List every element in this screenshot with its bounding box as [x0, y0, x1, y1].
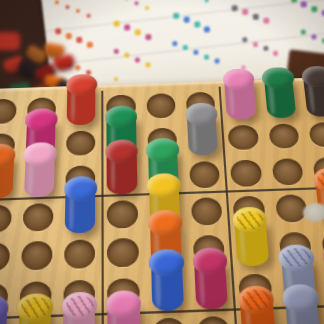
peg-purple-r7c1[interactable] — [0, 294, 9, 324]
peg-hole — [230, 159, 262, 186]
photo-scene — [0, 0, 324, 324]
board-grid — [0, 83, 324, 324]
peg-yellow-r7c2[interactable] — [16, 293, 54, 324]
cell-r1c5[interactable] — [141, 88, 182, 123]
peg-pink-r7c4[interactable] — [106, 290, 142, 324]
peg-magenta-r6c6[interactable] — [192, 247, 230, 310]
cell-r2c8[interactable] — [262, 117, 306, 153]
peg-hole — [107, 200, 138, 228]
peg-hole — [309, 122, 324, 148]
cell-r7c7[interactable] — [235, 307, 283, 324]
peg-hole — [152, 317, 185, 324]
peg-orange-r3c1[interactable] — [0, 143, 16, 199]
peg-hole — [0, 99, 17, 124]
peg-yellow-r5c7[interactable] — [232, 207, 271, 267]
cell-r6c6[interactable] — [189, 268, 235, 310]
peg-red-r1c3[interactable] — [65, 73, 97, 125]
peg-dark-red-r3c4[interactable] — [105, 139, 139, 195]
cell-r3c6[interactable] — [183, 155, 226, 193]
cell-r2c7[interactable] — [222, 119, 265, 155]
cell-r6c5[interactable] — [145, 269, 190, 311]
peg-hole — [268, 123, 300, 149]
board-tilt-wrapper — [0, 0, 324, 324]
cell-r3c2[interactable] — [18, 161, 61, 199]
cell-r4c6[interactable] — [185, 191, 229, 230]
peg-hole — [197, 316, 231, 324]
peg-hole — [107, 238, 138, 267]
cell-r4c4[interactable] — [101, 194, 144, 233]
peg-gray-r2c6[interactable] — [185, 102, 220, 155]
peg-orange-r7c7[interactable] — [238, 285, 279, 324]
cell-r1c7[interactable] — [220, 85, 262, 120]
cell-r1c8[interactable] — [259, 84, 302, 119]
peg-hole — [21, 241, 53, 270]
peg-hole — [189, 161, 220, 188]
cell-r3c8[interactable] — [265, 152, 310, 190]
cell-r5c2[interactable] — [15, 235, 59, 276]
cell-r5c3[interactable] — [58, 233, 101, 274]
peg-hole — [191, 197, 223, 225]
peg-hole — [22, 203, 53, 231]
peg-top-face — [149, 248, 185, 276]
cell-r4c3[interactable] — [59, 196, 102, 235]
sudoku-board[interactable] — [0, 77, 324, 324]
peg-pink-r7c3[interactable] — [61, 291, 97, 324]
cell-r3c7[interactable] — [224, 154, 268, 192]
cell-r5c4[interactable] — [101, 232, 145, 273]
peg-hole — [0, 205, 12, 233]
peg-hole — [228, 124, 259, 150]
cell-r7c8[interactable] — [279, 306, 324, 324]
coin — [303, 203, 324, 222]
peg-blue-r6c5[interactable] — [149, 248, 186, 311]
cell-r1c3[interactable] — [61, 91, 101, 126]
cell-r4c1[interactable] — [0, 198, 18, 237]
cell-r3c4[interactable] — [101, 158, 143, 196]
cell-r2c9[interactable] — [302, 116, 324, 152]
peg-top-face — [0, 143, 16, 168]
peg-pink-r1c7[interactable] — [222, 68, 258, 119]
peg-hole — [0, 243, 10, 272]
cell-r7c3[interactable] — [56, 313, 101, 324]
cell-r2c3[interactable] — [60, 124, 101, 160]
cell-r3c1[interactable] — [0, 162, 19, 200]
cell-r2c6[interactable] — [182, 120, 225, 156]
cell-r7c2[interactable] — [11, 315, 57, 324]
peg-gray-r7c8[interactable] — [282, 284, 324, 324]
peg-blue-r4c3[interactable] — [63, 176, 97, 234]
peg-top-face — [278, 244, 315, 272]
peg-hole — [271, 158, 303, 185]
peg-dark-green-r1c8[interactable] — [261, 67, 298, 118]
peg-hole — [64, 240, 95, 269]
peg-pink-r3c2[interactable] — [22, 142, 57, 198]
peg-hole — [66, 130, 95, 156]
cell-r1c1[interactable] — [0, 94, 22, 129]
cell-r5c7[interactable] — [229, 227, 275, 268]
cell-r4c2[interactable] — [16, 197, 59, 236]
cell-r1c9[interactable] — [298, 83, 324, 118]
cell-r7c4[interactable] — [102, 312, 147, 324]
peg-black-r1c9[interactable] — [300, 65, 324, 116]
peg-hole — [146, 94, 176, 119]
